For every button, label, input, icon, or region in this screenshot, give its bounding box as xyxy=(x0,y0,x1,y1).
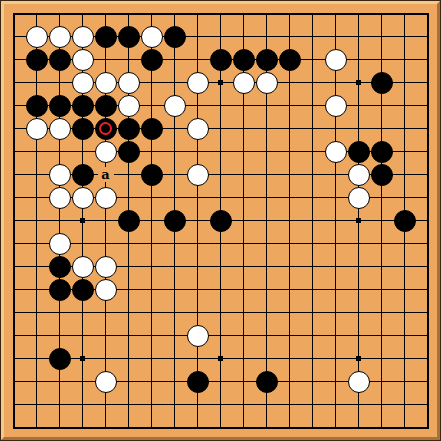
black-stone xyxy=(72,95,94,117)
white-stone xyxy=(72,49,94,71)
white-stone xyxy=(325,95,347,117)
white-stone xyxy=(325,141,347,163)
white-stone xyxy=(72,26,94,48)
white-stone xyxy=(95,72,117,94)
white-stone xyxy=(95,187,117,209)
black-stone xyxy=(72,118,94,140)
black-stone xyxy=(256,49,278,71)
black-stone xyxy=(49,49,71,71)
hoshi-point xyxy=(218,80,223,85)
white-stone xyxy=(187,118,209,140)
black-stone xyxy=(256,371,278,393)
white-stone xyxy=(348,371,370,393)
black-stone xyxy=(164,210,186,232)
white-stone xyxy=(141,26,163,48)
black-stone xyxy=(371,141,393,163)
hoshi-point xyxy=(80,356,85,361)
white-stone xyxy=(164,95,186,117)
black-stone xyxy=(118,210,140,232)
black-stone xyxy=(26,95,48,117)
white-stone xyxy=(233,72,255,94)
marked-black-stone xyxy=(95,118,117,140)
white-stone xyxy=(187,164,209,186)
hoshi-point xyxy=(80,218,85,223)
black-stone xyxy=(233,49,255,71)
white-stone xyxy=(95,141,117,163)
black-stone xyxy=(118,141,140,163)
circle-marker xyxy=(99,122,112,135)
black-stone xyxy=(164,26,186,48)
white-stone xyxy=(26,118,48,140)
black-stone xyxy=(141,49,163,71)
white-stone xyxy=(325,49,347,71)
black-stone xyxy=(394,210,416,232)
black-stone xyxy=(348,141,370,163)
black-stone xyxy=(49,279,71,301)
grid-line-vertical xyxy=(335,13,336,429)
white-stone xyxy=(72,187,94,209)
white-stone xyxy=(49,26,71,48)
black-stone xyxy=(95,95,117,117)
grid-line-vertical xyxy=(289,13,290,429)
white-stone xyxy=(72,256,94,278)
black-stone xyxy=(72,279,94,301)
white-stone xyxy=(348,187,370,209)
white-stone xyxy=(118,95,140,117)
black-stone xyxy=(371,72,393,94)
black-stone xyxy=(26,49,48,71)
grid-line-horizontal xyxy=(13,404,429,405)
white-stone xyxy=(49,118,71,140)
hoshi-point xyxy=(218,356,223,361)
black-stone xyxy=(95,26,117,48)
black-stone xyxy=(49,348,71,370)
grid-line-horizontal xyxy=(13,312,429,313)
hoshi-point xyxy=(356,356,361,361)
black-stone xyxy=(279,49,301,71)
white-stone xyxy=(49,233,71,255)
white-stone xyxy=(118,72,140,94)
white-stone xyxy=(49,187,71,209)
white-stone xyxy=(95,279,117,301)
grid-line-vertical xyxy=(427,13,429,429)
black-stone xyxy=(49,95,71,117)
black-stone xyxy=(141,118,163,140)
black-stone xyxy=(187,371,209,393)
black-stone xyxy=(118,118,140,140)
black-stone xyxy=(141,164,163,186)
black-stone xyxy=(72,164,94,186)
go-diagram: a xyxy=(0,0,441,441)
black-stone xyxy=(118,26,140,48)
grid-line-vertical xyxy=(312,13,313,429)
white-stone xyxy=(49,164,71,186)
grid-line-horizontal xyxy=(13,335,429,336)
goban: a xyxy=(0,0,441,441)
white-stone xyxy=(95,256,117,278)
grid-line-horizontal xyxy=(13,427,429,429)
hoshi-point xyxy=(356,218,361,223)
white-stone xyxy=(95,371,117,393)
black-stone xyxy=(210,49,232,71)
grid-line-horizontal xyxy=(13,243,429,244)
hoshi-point xyxy=(356,80,361,85)
black-stone xyxy=(371,164,393,186)
white-stone xyxy=(256,72,278,94)
white-stone xyxy=(348,164,370,186)
point-label-a: a xyxy=(98,167,114,182)
white-stone xyxy=(26,26,48,48)
black-stone xyxy=(210,210,232,232)
black-stone xyxy=(49,256,71,278)
white-stone xyxy=(187,72,209,94)
white-stone xyxy=(72,72,94,94)
white-stone xyxy=(187,325,209,347)
